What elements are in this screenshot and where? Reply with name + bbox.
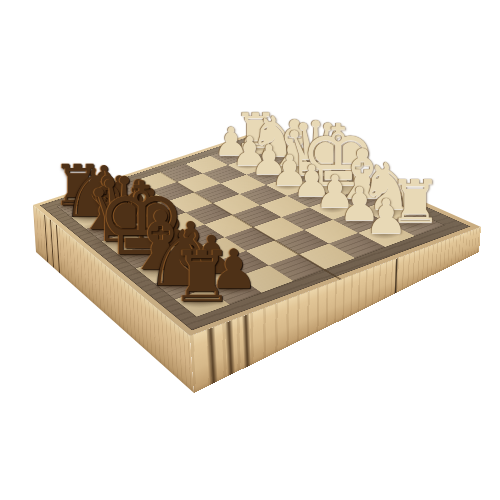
product-photo: ♜♞♝♛♚♝♞♜♟♟♟♟♟♟♟♟♟♟♟♟♟♟♟♟♜♞♝♛♚♝♞♜ [0, 0, 500, 500]
side-groove-line [242, 314, 251, 368]
side-groove-line [225, 320, 235, 376]
hinge-seam-cut [394, 258, 398, 294]
side-groove-line [56, 224, 61, 274]
side-groove-line [44, 214, 49, 263]
side-groove-line [207, 327, 218, 385]
piece-black-rook-h8: ♜ [170, 242, 233, 312]
piece-white-pawn-h2: ♟ [365, 193, 408, 241]
side-groove-line [50, 219, 55, 269]
